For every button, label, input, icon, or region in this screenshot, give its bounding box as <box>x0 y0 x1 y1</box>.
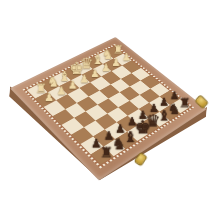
black-rook: ♜ <box>177 97 192 110</box>
scene: ♜♞♝♚♛♝♞♜♟♟♟♟♟♟♟♟♟♟♟♟♟♟♟♟♜♞♝♚♛♝♞♜ <box>0 0 224 224</box>
chess-board: ♜♞♝♚♛♝♞♜♟♟♟♟♟♟♟♟♟♟♟♟♟♟♟♟♜♞♝♚♛♝♞♜ <box>10 37 207 180</box>
black-pawn: ♟ <box>167 90 181 101</box>
white-pawn: ♟ <box>119 52 132 62</box>
board-grid: ♜♞♝♚♛♝♞♜♟♟♟♟♟♟♟♟♟♟♟♟♟♟♟♟♜♞♝♚♛♝♞♜ <box>27 46 190 164</box>
perspective-layer: ♜♞♝♚♛♝♞♜♟♟♟♟♟♟♟♟♟♟♟♟♟♟♟♟♜♞♝♚♛♝♞♜ <box>0 0 224 224</box>
inlay-border: ♜♞♝♚♛♝♞♜♟♟♟♟♟♟♟♟♟♟♟♟♟♟♟♟♜♞♝♚♛♝♞♜ <box>23 44 195 168</box>
white-rook: ♜ <box>111 43 124 55</box>
board-frame: ♜♞♝♚♛♝♞♜♟♟♟♟♟♟♟♟♟♟♟♟♟♟♟♟♜♞♝♚♛♝♞♜ <box>10 37 207 180</box>
product-photo: ♜♞♝♚♛♝♞♜♟♟♟♟♟♟♟♟♟♟♟♟♟♟♟♟♜♞♝♚♛♝♞♜ <box>0 0 224 224</box>
